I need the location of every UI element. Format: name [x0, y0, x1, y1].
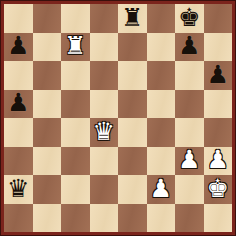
square-h2[interactable]: ♚ — [204, 175, 233, 204]
square-e7[interactable] — [118, 33, 147, 62]
square-b7[interactable] — [33, 33, 62, 62]
square-h3[interactable]: ♟ — [204, 147, 233, 176]
square-g8[interactable]: ♚ — [175, 4, 204, 33]
black-pawn: ♟ — [207, 62, 229, 87]
black-pawn: ♟ — [7, 33, 29, 58]
square-b5[interactable] — [33, 90, 62, 119]
white-pawn: ♟ — [178, 147, 200, 172]
square-e5[interactable] — [118, 90, 147, 119]
square-a8[interactable] — [4, 4, 33, 33]
square-h1[interactable] — [204, 204, 233, 233]
square-d4[interactable]: ♛ — [90, 118, 119, 147]
square-b4[interactable] — [33, 118, 62, 147]
square-b1[interactable] — [33, 204, 62, 233]
white-pawn: ♟ — [150, 176, 172, 201]
square-e6[interactable] — [118, 61, 147, 90]
square-f4[interactable] — [147, 118, 176, 147]
square-a3[interactable] — [4, 147, 33, 176]
square-h8[interactable] — [204, 4, 233, 33]
square-e3[interactable] — [118, 147, 147, 176]
square-d5[interactable] — [90, 90, 119, 119]
square-a2[interactable]: ♛ — [4, 175, 33, 204]
square-g5[interactable] — [175, 90, 204, 119]
square-e8[interactable]: ♜ — [118, 4, 147, 33]
square-f3[interactable] — [147, 147, 176, 176]
square-h6[interactable]: ♟ — [204, 61, 233, 90]
square-c8[interactable] — [61, 4, 90, 33]
square-b3[interactable] — [33, 147, 62, 176]
square-h5[interactable] — [204, 90, 233, 119]
square-b8[interactable] — [33, 4, 62, 33]
square-c6[interactable] — [61, 61, 90, 90]
square-g1[interactable] — [175, 204, 204, 233]
black-pawn: ♟ — [178, 33, 200, 58]
square-h4[interactable] — [204, 118, 233, 147]
square-a7[interactable]: ♟ — [4, 33, 33, 62]
white-queen: ♛ — [93, 119, 115, 144]
square-a1[interactable] — [4, 204, 33, 233]
square-c4[interactable] — [61, 118, 90, 147]
square-c7[interactable]: ♜ — [61, 33, 90, 62]
square-b6[interactable] — [33, 61, 62, 90]
square-e1[interactable] — [118, 204, 147, 233]
square-g3[interactable]: ♟ — [175, 147, 204, 176]
white-king: ♚ — [207, 176, 229, 201]
white-pawn: ♟ — [207, 147, 229, 172]
square-f8[interactable] — [147, 4, 176, 33]
square-c5[interactable] — [61, 90, 90, 119]
square-a5[interactable]: ♟ — [4, 90, 33, 119]
black-queen: ♛ — [7, 176, 29, 201]
square-b2[interactable] — [33, 175, 62, 204]
black-rook: ♜ — [121, 5, 143, 30]
square-a6[interactable] — [4, 61, 33, 90]
square-f5[interactable] — [147, 90, 176, 119]
square-c1[interactable] — [61, 204, 90, 233]
square-g7[interactable]: ♟ — [175, 33, 204, 62]
black-king: ♚ — [178, 5, 200, 30]
square-f2[interactable]: ♟ — [147, 175, 176, 204]
square-d8[interactable] — [90, 4, 119, 33]
square-e2[interactable] — [118, 175, 147, 204]
square-g2[interactable] — [175, 175, 204, 204]
square-c2[interactable] — [61, 175, 90, 204]
square-d2[interactable] — [90, 175, 119, 204]
square-e4[interactable] — [118, 118, 147, 147]
square-h7[interactable] — [204, 33, 233, 62]
square-c3[interactable] — [61, 147, 90, 176]
square-d6[interactable] — [90, 61, 119, 90]
square-g4[interactable] — [175, 118, 204, 147]
board-frame: ♜♚♟♜♟♟♟♛♟♟♛♟♚ — [0, 0, 236, 236]
chess-board: ♜♚♟♜♟♟♟♛♟♟♛♟♚ — [4, 4, 232, 232]
black-pawn: ♟ — [7, 90, 29, 115]
square-d3[interactable] — [90, 147, 119, 176]
square-d7[interactable] — [90, 33, 119, 62]
square-f7[interactable] — [147, 33, 176, 62]
square-g6[interactable] — [175, 61, 204, 90]
square-f6[interactable] — [147, 61, 176, 90]
square-a4[interactable] — [4, 118, 33, 147]
white-rook: ♜ — [64, 33, 86, 58]
square-d1[interactable] — [90, 204, 119, 233]
square-f1[interactable] — [147, 204, 176, 233]
